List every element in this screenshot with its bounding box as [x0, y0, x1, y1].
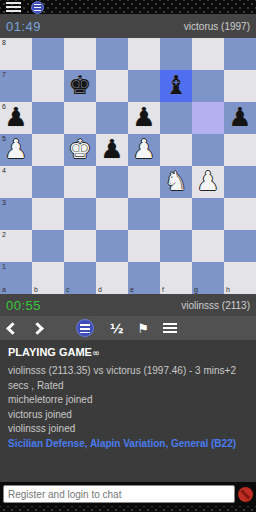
resign-flag-icon[interactable]: ⚑	[137, 321, 149, 336]
square-c7[interactable]: ♚	[64, 70, 96, 102]
file-label: h	[226, 286, 230, 293]
rank-label: 8	[2, 39, 6, 46]
chat-line: victorus joined	[8, 408, 248, 423]
white-pawn: ♟	[0, 134, 32, 166]
black-king: ♚	[64, 70, 96, 102]
square-f3[interactable]	[160, 198, 192, 230]
square-e1[interactable]: e	[128, 262, 160, 294]
game-actions-menu-icon[interactable]	[76, 319, 94, 337]
square-a5[interactable]: 5♟	[0, 134, 32, 166]
black-pawn: ♟	[128, 102, 160, 134]
square-h7[interactable]	[224, 70, 256, 102]
square-a4[interactable]: 4	[0, 166, 32, 198]
opponent-bar: 01:49 victorus (1997)	[0, 14, 256, 38]
player-clock: 00:55	[6, 298, 41, 313]
square-h8[interactable]	[224, 38, 256, 70]
menu-lines-icon	[80, 324, 90, 333]
link-icon: ∞	[92, 348, 100, 358]
square-g1[interactable]: g	[192, 262, 224, 294]
square-c4[interactable]	[64, 166, 96, 198]
square-g6[interactable]	[192, 102, 224, 134]
square-e5[interactable]: ♟	[128, 134, 160, 166]
square-b8[interactable]	[32, 38, 64, 70]
opening-name-link[interactable]: Sicilian Defense, Alapin Variation, Gene…	[8, 437, 248, 452]
rank-label: 4	[2, 167, 6, 174]
square-e8[interactable]	[128, 38, 160, 70]
move-list-icon[interactable]	[163, 323, 177, 333]
square-b5[interactable]	[32, 134, 64, 166]
square-a3[interactable]: 3	[0, 198, 32, 230]
square-g7[interactable]	[192, 70, 224, 102]
square-c3[interactable]	[64, 198, 96, 230]
square-d3[interactable]	[96, 198, 128, 230]
square-b1[interactable]: b	[32, 262, 64, 294]
file-label: f	[162, 286, 164, 293]
forward-move-icon[interactable]	[31, 322, 44, 335]
square-f8[interactable]	[160, 38, 192, 70]
square-b7[interactable]	[32, 70, 64, 102]
square-b2[interactable]	[32, 230, 64, 262]
black-pawn: ♟	[96, 134, 128, 166]
square-h4[interactable]	[224, 166, 256, 198]
square-c1[interactable]: c	[64, 262, 96, 294]
game-toolbar: ½ ⚑	[0, 316, 256, 340]
square-g5[interactable]	[192, 134, 224, 166]
black-pawn: ♟	[0, 102, 32, 134]
white-pawn: ♟	[128, 134, 160, 166]
square-d5[interactable]: ♟	[96, 134, 128, 166]
square-c6[interactable]	[64, 102, 96, 134]
opponent-name: victorus (1997)	[184, 21, 250, 32]
app-top-bar	[0, 0, 256, 14]
square-a7[interactable]: 7	[0, 70, 32, 102]
chat-input-row	[0, 482, 256, 506]
white-knight: ♞	[160, 166, 192, 198]
bottom-strip	[0, 506, 256, 512]
square-h1[interactable]: h	[224, 262, 256, 294]
rank-label: 2	[2, 231, 6, 238]
square-d7[interactable]	[96, 70, 128, 102]
chat-header-label: PLAYING GAME	[8, 346, 92, 358]
square-h2[interactable]	[224, 230, 256, 262]
square-b6[interactable]	[32, 102, 64, 134]
square-f1[interactable]: f	[160, 262, 192, 294]
square-f4[interactable]: ♞	[160, 166, 192, 198]
square-c2[interactable]	[64, 230, 96, 262]
chat-blocked-icon	[238, 487, 253, 502]
square-h3[interactable]	[224, 198, 256, 230]
square-d1[interactable]: d	[96, 262, 128, 294]
chess-board[interactable]: 87♚♝6♟♟♟5♟♚♟♟4♞♟321abcdefgh	[0, 38, 256, 294]
square-c5[interactable]: ♚	[64, 134, 96, 166]
square-a8[interactable]: 8	[0, 38, 32, 70]
square-g4[interactable]: ♟	[192, 166, 224, 198]
square-e2[interactable]	[128, 230, 160, 262]
square-a1[interactable]: 1a	[0, 262, 32, 294]
chat-input[interactable]	[3, 485, 235, 503]
chat-lines: violinsss (2113.35) vs victorus (1997.46…	[8, 364, 248, 437]
menu-lines-icon	[34, 4, 41, 11]
square-c8[interactable]	[64, 38, 96, 70]
square-d6[interactable]	[96, 102, 128, 134]
square-e4[interactable]	[128, 166, 160, 198]
square-a6[interactable]: 6♟	[0, 102, 32, 134]
square-f5[interactable]	[160, 134, 192, 166]
opponent-clock: 01:49	[6, 19, 41, 34]
square-d4[interactable]	[96, 166, 128, 198]
chat-line: violinsss (2113.35) vs victorus (1997.46…	[8, 364, 248, 393]
file-label: b	[34, 286, 38, 293]
black-pawn: ♟	[224, 102, 256, 134]
back-move-icon[interactable]	[6, 322, 19, 335]
rank-label: 1	[2, 263, 6, 270]
square-g3[interactable]	[192, 198, 224, 230]
white-king: ♚	[64, 134, 96, 166]
square-f7[interactable]: ♝	[160, 70, 192, 102]
app-menu-circle-icon[interactable]	[31, 1, 44, 14]
chat-line: micheletorre joined	[8, 393, 248, 408]
square-e3[interactable]	[128, 198, 160, 230]
rank-label: 3	[2, 199, 6, 206]
square-g8[interactable]	[192, 38, 224, 70]
square-b4[interactable]	[32, 166, 64, 198]
file-label: a	[2, 286, 6, 293]
chat-line: violinsss joined	[8, 422, 248, 437]
square-f2[interactable]	[160, 230, 192, 262]
square-e6[interactable]: ♟	[128, 102, 160, 134]
white-pawn: ♟	[192, 166, 224, 198]
hamburger-icon[interactable]	[6, 2, 21, 12]
square-a2[interactable]: 2	[0, 230, 32, 262]
black-bishop: ♝	[160, 70, 192, 102]
file-label: d	[98, 286, 102, 293]
rank-label: 7	[2, 71, 6, 78]
square-d8[interactable]	[96, 38, 128, 70]
square-b3[interactable]	[32, 198, 64, 230]
square-h5[interactable]	[224, 134, 256, 166]
player-name: violinsss (2113)	[181, 300, 250, 311]
file-label: e	[130, 286, 134, 293]
chat-log: PLAYING GAME∞ violinsss (2113.35) vs vic…	[0, 340, 256, 482]
file-label: c	[66, 286, 70, 293]
file-label: g	[194, 286, 198, 293]
square-f6[interactable]	[160, 102, 192, 134]
player-bar: 00:55 violinsss (2113)	[0, 294, 256, 316]
square-e7[interactable]	[128, 70, 160, 102]
square-h6[interactable]: ♟	[224, 102, 256, 134]
square-g2[interactable]	[192, 230, 224, 262]
offer-draw-button[interactable]: ½	[110, 321, 123, 336]
chat-header: PLAYING GAME∞	[8, 346, 248, 358]
square-d2[interactable]	[96, 230, 128, 262]
